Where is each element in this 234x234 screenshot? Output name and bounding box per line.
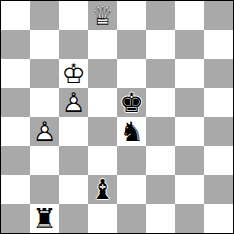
square-f5: [146, 88, 175, 117]
square-h7: [204, 30, 233, 59]
square-a3: [1, 146, 30, 175]
square-d5: [88, 88, 117, 117]
square-e7: [117, 30, 146, 59]
square-e1: [117, 204, 146, 233]
white-queen-piece: ♛♕: [88, 1, 117, 30]
square-c5: ♟♙: [59, 88, 88, 117]
square-e4: ♞: [117, 117, 146, 146]
square-a5: [1, 88, 30, 117]
square-f7: [146, 30, 175, 59]
square-b6: [30, 59, 59, 88]
square-f8: [146, 1, 175, 30]
square-f2: [146, 175, 175, 204]
square-a7: [1, 30, 30, 59]
square-d6: [88, 59, 117, 88]
square-e3: [117, 146, 146, 175]
square-g5: [175, 88, 204, 117]
white-pawn-piece: ♟♙: [59, 88, 88, 117]
square-a4: [1, 117, 30, 146]
square-c3: [59, 146, 88, 175]
black-rook-piece: ♜: [30, 204, 59, 233]
white-king-piece: ♚♔: [59, 59, 88, 88]
square-h3: [204, 146, 233, 175]
square-h6: [204, 59, 233, 88]
square-e2: [117, 175, 146, 204]
square-c1: [59, 204, 88, 233]
square-a1: [1, 204, 30, 233]
square-g1: [175, 204, 204, 233]
square-h8: [204, 1, 233, 30]
square-b4: ♟♙: [30, 117, 59, 146]
square-g2: [175, 175, 204, 204]
square-b1: ♜: [30, 204, 59, 233]
black-knight-piece: ♞: [117, 117, 146, 146]
square-c7: [59, 30, 88, 59]
square-a2: [1, 175, 30, 204]
square-d1: [88, 204, 117, 233]
square-e6: [117, 59, 146, 88]
square-e5: ♚: [117, 88, 146, 117]
square-f4: [146, 117, 175, 146]
square-b8: [30, 1, 59, 30]
square-h4: [204, 117, 233, 146]
square-g6: [175, 59, 204, 88]
square-d4: [88, 117, 117, 146]
square-a8: [1, 1, 30, 30]
square-b5: [30, 88, 59, 117]
square-f1: [146, 204, 175, 233]
square-f3: [146, 146, 175, 175]
chess-diagram: ♛♕♚♔♟♙♚♟♙♞♝♜: [0, 0, 234, 234]
square-g8: [175, 1, 204, 30]
square-d3: [88, 146, 117, 175]
square-h5: [204, 88, 233, 117]
square-c6: ♚♔: [59, 59, 88, 88]
square-g7: [175, 30, 204, 59]
square-b3: [30, 146, 59, 175]
square-c4: [59, 117, 88, 146]
square-f6: [146, 59, 175, 88]
white-pawn-piece: ♟♙: [30, 117, 59, 146]
square-g3: [175, 146, 204, 175]
black-bishop-piece: ♝: [88, 175, 117, 204]
square-d8: ♛♕: [88, 1, 117, 30]
black-king-piece: ♚: [117, 88, 146, 117]
chess-board: ♛♕♚♔♟♙♚♟♙♞♝♜: [0, 0, 234, 234]
square-b7: [30, 30, 59, 59]
square-a6: [1, 59, 30, 88]
square-h1: [204, 204, 233, 233]
square-d2: ♝: [88, 175, 117, 204]
square-b2: [30, 175, 59, 204]
square-c2: [59, 175, 88, 204]
square-e8: [117, 1, 146, 30]
square-h2: [204, 175, 233, 204]
square-g4: [175, 117, 204, 146]
square-c8: [59, 1, 88, 30]
square-d7: [88, 30, 117, 59]
